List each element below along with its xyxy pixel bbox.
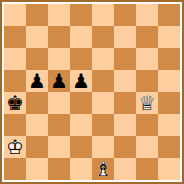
square-c3[interactable] bbox=[48, 114, 70, 136]
square-d2[interactable] bbox=[70, 136, 92, 158]
square-h8[interactable] bbox=[158, 4, 180, 26]
square-c5[interactable]: ♟ bbox=[48, 70, 70, 92]
square-h1[interactable] bbox=[158, 158, 180, 180]
white-king-piece: ♚♔ bbox=[4, 136, 26, 158]
square-a7[interactable] bbox=[4, 26, 26, 48]
black-king-piece: ♚ bbox=[4, 92, 26, 114]
square-e3[interactable] bbox=[92, 114, 114, 136]
square-b4[interactable] bbox=[26, 92, 48, 114]
square-g5[interactable] bbox=[136, 70, 158, 92]
square-a2[interactable]: ♚♔ bbox=[4, 136, 26, 158]
square-h7[interactable] bbox=[158, 26, 180, 48]
square-a4[interactable]: ♚ bbox=[4, 92, 26, 114]
square-d7[interactable] bbox=[70, 26, 92, 48]
square-d8[interactable] bbox=[70, 4, 92, 26]
square-b5[interactable]: ♟ bbox=[26, 70, 48, 92]
square-e7[interactable] bbox=[92, 26, 114, 48]
square-b2[interactable] bbox=[26, 136, 48, 158]
square-d1[interactable] bbox=[70, 158, 92, 180]
square-f5[interactable] bbox=[114, 70, 136, 92]
square-c2[interactable] bbox=[48, 136, 70, 158]
square-c4[interactable] bbox=[48, 92, 70, 114]
square-f1[interactable] bbox=[114, 158, 136, 180]
square-c7[interactable] bbox=[48, 26, 70, 48]
chess-board-frame: ♟♟♟♚♛♕♚♔♝♗ bbox=[0, 0, 184, 184]
square-c6[interactable] bbox=[48, 48, 70, 70]
square-b3[interactable] bbox=[26, 114, 48, 136]
square-d3[interactable] bbox=[70, 114, 92, 136]
square-g1[interactable] bbox=[136, 158, 158, 180]
square-e8[interactable] bbox=[92, 4, 114, 26]
square-a1[interactable] bbox=[4, 158, 26, 180]
square-a3[interactable] bbox=[4, 114, 26, 136]
square-d6[interactable] bbox=[70, 48, 92, 70]
square-g4[interactable]: ♛♕ bbox=[136, 92, 158, 114]
square-a5[interactable] bbox=[4, 70, 26, 92]
square-e2[interactable] bbox=[92, 136, 114, 158]
square-d5[interactable]: ♟ bbox=[70, 70, 92, 92]
square-g3[interactable] bbox=[136, 114, 158, 136]
square-b7[interactable] bbox=[26, 26, 48, 48]
square-e6[interactable] bbox=[92, 48, 114, 70]
square-e1[interactable]: ♝♗ bbox=[92, 158, 114, 180]
square-h3[interactable] bbox=[158, 114, 180, 136]
square-h2[interactable] bbox=[158, 136, 180, 158]
white-bishop-piece: ♝♗ bbox=[92, 158, 114, 180]
square-h6[interactable] bbox=[158, 48, 180, 70]
square-g6[interactable] bbox=[136, 48, 158, 70]
chess-board: ♟♟♟♚♛♕♚♔♝♗ bbox=[4, 4, 180, 180]
square-c1[interactable] bbox=[48, 158, 70, 180]
square-g2[interactable] bbox=[136, 136, 158, 158]
square-h5[interactable] bbox=[158, 70, 180, 92]
square-b6[interactable] bbox=[26, 48, 48, 70]
square-c8[interactable] bbox=[48, 4, 70, 26]
square-e4[interactable] bbox=[92, 92, 114, 114]
square-a8[interactable] bbox=[4, 4, 26, 26]
square-b8[interactable] bbox=[26, 4, 48, 26]
black-pawn-piece: ♟ bbox=[48, 70, 70, 92]
chess-board-inner-line: ♟♟♟♚♛♕♚♔♝♗ bbox=[2, 2, 182, 182]
square-d4[interactable] bbox=[70, 92, 92, 114]
square-e5[interactable] bbox=[92, 70, 114, 92]
square-h4[interactable] bbox=[158, 92, 180, 114]
square-g8[interactable] bbox=[136, 4, 158, 26]
square-b1[interactable] bbox=[26, 158, 48, 180]
white-queen-piece: ♛♕ bbox=[136, 92, 158, 114]
black-pawn-piece: ♟ bbox=[70, 70, 92, 92]
square-f6[interactable] bbox=[114, 48, 136, 70]
square-a6[interactable] bbox=[4, 48, 26, 70]
square-f4[interactable] bbox=[114, 92, 136, 114]
square-g7[interactable] bbox=[136, 26, 158, 48]
square-f3[interactable] bbox=[114, 114, 136, 136]
square-f7[interactable] bbox=[114, 26, 136, 48]
black-pawn-piece: ♟ bbox=[26, 70, 48, 92]
square-f8[interactable] bbox=[114, 4, 136, 26]
square-f2[interactable] bbox=[114, 136, 136, 158]
